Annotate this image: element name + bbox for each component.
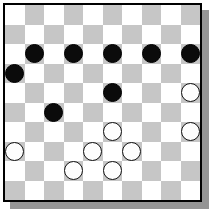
- square: [25, 181, 45, 201]
- square[interactable]: [142, 5, 162, 25]
- square: [83, 122, 103, 142]
- square: [181, 181, 201, 201]
- square[interactable]: [142, 83, 162, 103]
- square: [142, 181, 162, 201]
- square[interactable]: [83, 64, 103, 84]
- square: [122, 83, 142, 103]
- square[interactable]: [83, 181, 103, 201]
- white-man[interactable]: [83, 142, 102, 161]
- black-man[interactable]: [44, 103, 63, 122]
- square: [64, 181, 84, 201]
- square[interactable]: [83, 25, 103, 45]
- square[interactable]: [44, 142, 64, 162]
- square[interactable]: [103, 83, 123, 103]
- square[interactable]: [64, 161, 84, 181]
- square[interactable]: [181, 5, 201, 25]
- square: [122, 161, 142, 181]
- black-man[interactable]: [181, 44, 200, 63]
- square[interactable]: [161, 142, 181, 162]
- square[interactable]: [161, 103, 181, 123]
- white-man[interactable]: [122, 142, 141, 161]
- square[interactable]: [5, 181, 25, 201]
- square: [161, 5, 181, 25]
- square: [44, 44, 64, 64]
- square[interactable]: [181, 122, 201, 142]
- black-man[interactable]: [103, 44, 122, 63]
- black-man[interactable]: [103, 83, 122, 102]
- square: [161, 44, 181, 64]
- black-man[interactable]: [142, 44, 161, 63]
- square: [181, 64, 201, 84]
- square: [5, 44, 25, 64]
- square[interactable]: [142, 161, 162, 181]
- square[interactable]: [122, 142, 142, 162]
- square[interactable]: [103, 44, 123, 64]
- square: [44, 83, 64, 103]
- square: [103, 103, 123, 123]
- black-man[interactable]: [64, 44, 83, 63]
- square[interactable]: [122, 64, 142, 84]
- square[interactable]: [44, 103, 64, 123]
- square: [25, 25, 45, 45]
- square: [5, 5, 25, 25]
- square: [25, 64, 45, 84]
- white-man[interactable]: [181, 83, 200, 102]
- square[interactable]: [181, 161, 201, 181]
- square: [181, 103, 201, 123]
- square: [83, 83, 103, 103]
- square[interactable]: [5, 142, 25, 162]
- square[interactable]: [25, 5, 45, 25]
- square: [122, 44, 142, 64]
- square: [5, 122, 25, 142]
- square: [44, 122, 64, 142]
- square[interactable]: [83, 142, 103, 162]
- square[interactable]: [161, 25, 181, 45]
- square: [142, 64, 162, 84]
- white-man[interactable]: [103, 122, 122, 141]
- square[interactable]: [103, 122, 123, 142]
- square[interactable]: [25, 161, 45, 181]
- square: [181, 25, 201, 45]
- square[interactable]: [142, 122, 162, 142]
- square: [103, 142, 123, 162]
- square[interactable]: [64, 122, 84, 142]
- black-man[interactable]: [5, 64, 24, 83]
- white-man[interactable]: [5, 142, 24, 161]
- square[interactable]: [64, 83, 84, 103]
- square: [122, 5, 142, 25]
- square: [25, 103, 45, 123]
- square[interactable]: [5, 25, 25, 45]
- draughts-board: [5, 5, 200, 200]
- square: [142, 25, 162, 45]
- square: [142, 142, 162, 162]
- square[interactable]: [5, 64, 25, 84]
- square[interactable]: [83, 103, 103, 123]
- square: [103, 25, 123, 45]
- square[interactable]: [44, 181, 64, 201]
- square: [64, 142, 84, 162]
- square[interactable]: [44, 25, 64, 45]
- square[interactable]: [64, 44, 84, 64]
- square: [122, 122, 142, 142]
- square: [103, 64, 123, 84]
- white-man[interactable]: [64, 161, 83, 180]
- square: [161, 161, 181, 181]
- square[interactable]: [181, 83, 201, 103]
- square[interactable]: [161, 181, 181, 201]
- white-man[interactable]: [103, 161, 122, 180]
- square[interactable]: [103, 161, 123, 181]
- square[interactable]: [142, 44, 162, 64]
- square: [161, 83, 181, 103]
- square[interactable]: [25, 44, 45, 64]
- square[interactable]: [25, 122, 45, 142]
- square[interactable]: [44, 64, 64, 84]
- square[interactable]: [181, 44, 201, 64]
- square: [181, 142, 201, 162]
- square[interactable]: [161, 64, 181, 84]
- square[interactable]: [103, 5, 123, 25]
- square: [5, 83, 25, 103]
- square[interactable]: [122, 25, 142, 45]
- square: [142, 103, 162, 123]
- square[interactable]: [122, 103, 142, 123]
- square: [103, 181, 123, 201]
- black-man[interactable]: [25, 44, 44, 63]
- square: [64, 103, 84, 123]
- square: [44, 161, 64, 181]
- square[interactable]: [5, 103, 25, 123]
- square: [83, 5, 103, 25]
- square: [25, 142, 45, 162]
- square: [64, 64, 84, 84]
- square[interactable]: [64, 5, 84, 25]
- square: [83, 44, 103, 64]
- square[interactable]: [25, 83, 45, 103]
- square: [83, 161, 103, 181]
- square: [161, 122, 181, 142]
- white-man[interactable]: [181, 122, 200, 141]
- square: [64, 25, 84, 45]
- square: [5, 161, 25, 181]
- square: [44, 5, 64, 25]
- square[interactable]: [122, 181, 142, 201]
- board-frame: [3, 3, 202, 202]
